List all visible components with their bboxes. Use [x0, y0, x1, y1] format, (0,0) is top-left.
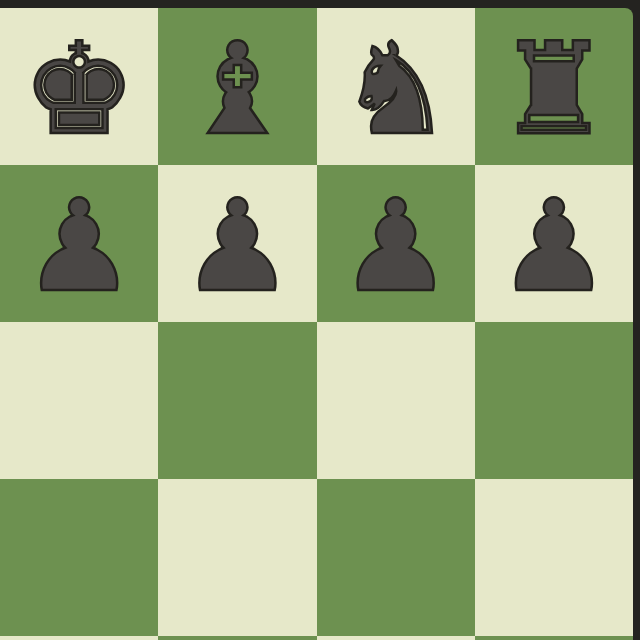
- square-e7[interactable]: ♟: [0, 165, 158, 322]
- square-g8[interactable]: ♞: [317, 8, 475, 165]
- piece-black-knight[interactable]: ♞: [339, 26, 453, 153]
- square-h4[interactable]: [475, 636, 633, 640]
- piece-black-pawn[interactable]: ♟: [497, 183, 611, 310]
- piece-black-rook[interactable]: ♜: [497, 26, 611, 153]
- chess-board: ♚ ♝ ♞ ♜ ♟ ♟ ♟ ♟: [0, 8, 633, 640]
- square-f7[interactable]: ♟: [158, 165, 316, 322]
- square-h7[interactable]: ♟: [475, 165, 633, 322]
- square-e6[interactable]: [0, 322, 158, 479]
- piece-black-pawn[interactable]: ♟: [22, 183, 136, 310]
- square-f4[interactable]: [158, 636, 316, 640]
- piece-black-pawn[interactable]: ♟: [180, 183, 294, 310]
- square-g7[interactable]: ♟: [317, 165, 475, 322]
- square-h6[interactable]: [475, 322, 633, 479]
- square-e8[interactable]: ♚: [0, 8, 158, 165]
- square-g6[interactable]: [317, 322, 475, 479]
- square-f5[interactable]: [158, 479, 316, 636]
- square-f8[interactable]: ♝: [158, 8, 316, 165]
- piece-black-king[interactable]: ♚: [22, 26, 136, 153]
- square-e4[interactable]: [0, 636, 158, 640]
- piece-black-pawn[interactable]: ♟: [339, 183, 453, 310]
- app-background: ♚ ♝ ♞ ♜ ♟ ♟ ♟ ♟: [0, 0, 640, 640]
- square-e5[interactable]: [0, 479, 158, 636]
- square-g5[interactable]: [317, 479, 475, 636]
- square-f6[interactable]: [158, 322, 316, 479]
- square-h8[interactable]: ♜: [475, 8, 633, 165]
- piece-black-bishop[interactable]: ♝: [180, 26, 294, 153]
- square-h5[interactable]: [475, 479, 633, 636]
- square-g4[interactable]: [317, 636, 475, 640]
